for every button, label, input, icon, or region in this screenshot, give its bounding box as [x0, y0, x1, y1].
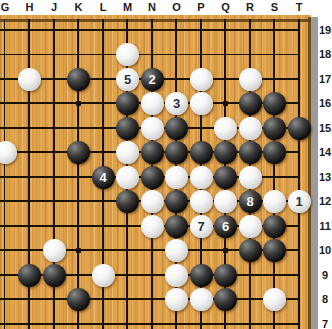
black-stone-S10 — [263, 239, 286, 262]
black-stone-R10 — [239, 239, 262, 262]
black-stone-O12 — [165, 190, 188, 213]
black-stone-Q11-move-6: 6 — [214, 215, 237, 238]
white-stone-P17 — [190, 68, 213, 91]
black-stone-M16 — [116, 92, 139, 115]
white-stone-O13 — [165, 166, 188, 189]
white-stone-Q15 — [214, 117, 237, 140]
row-label-16: 16 — [318, 97, 332, 110]
black-stone-N17-move-2: 2 — [141, 68, 164, 91]
black-stone-Q8 — [214, 288, 237, 311]
black-stone-K17 — [67, 68, 90, 91]
column-label-L: L — [93, 1, 113, 14]
white-stone-O10 — [165, 239, 188, 262]
white-stone-R11 — [239, 215, 262, 238]
white-stone-P8 — [190, 288, 213, 311]
row-label-14: 14 — [318, 146, 332, 159]
black-stone-Q14 — [214, 141, 237, 164]
white-stone-P12 — [190, 190, 213, 213]
white-stone-Q12 — [214, 190, 237, 213]
white-stone-O8 — [165, 288, 188, 311]
column-label-K: K — [69, 1, 89, 14]
column-label-R: R — [240, 1, 260, 14]
column-label-J: J — [44, 1, 64, 14]
white-stone-N12 — [141, 190, 164, 213]
move-number-6: 6 — [222, 215, 229, 238]
black-stone-P14 — [190, 141, 213, 164]
black-stone-O14 — [165, 141, 188, 164]
go-diagram: GHJKLMNOPQRST 19181716151413121110987 52… — [0, 0, 332, 329]
row-label-8: 8 — [318, 293, 332, 306]
column-label-N: N — [142, 1, 162, 14]
column-label-S: S — [265, 1, 285, 14]
move-number-3: 3 — [173, 92, 180, 115]
move-number-4: 4 — [99, 166, 106, 189]
white-stone-T12-move-1: 1 — [288, 190, 311, 213]
black-stone-J9 — [43, 264, 66, 287]
black-stone-K8 — [67, 288, 90, 311]
white-stone-P11-move-7: 7 — [190, 215, 213, 238]
white-stone-M18 — [116, 43, 139, 66]
black-stone-L13-move-4: 4 — [92, 166, 115, 189]
move-number-7: 7 — [197, 215, 204, 238]
black-stone-S11 — [263, 215, 286, 238]
white-stone-O16-move-3: 3 — [165, 92, 188, 115]
white-stone-J10 — [43, 239, 66, 262]
white-stone-P13 — [190, 166, 213, 189]
row-label-11: 11 — [318, 220, 332, 233]
black-stone-R12-move-8: 8 — [239, 190, 262, 213]
row-label-19: 19 — [318, 24, 332, 37]
white-stone-R13 — [239, 166, 262, 189]
black-stone-Q9 — [214, 264, 237, 287]
white-stone-P16 — [190, 92, 213, 115]
white-stone-S12 — [263, 190, 286, 213]
white-stone-M14 — [116, 141, 139, 164]
black-stone-M12 — [116, 190, 139, 213]
black-stone-T15 — [288, 117, 311, 140]
black-stone-K14 — [67, 141, 90, 164]
white-stone-H17 — [18, 68, 41, 91]
row-label-17: 17 — [318, 73, 332, 86]
row-label-18: 18 — [318, 48, 332, 61]
row-label-12: 12 — [318, 195, 332, 208]
board-edge-shadow — [311, 17, 318, 329]
black-stone-N14 — [141, 141, 164, 164]
column-label-G: G — [0, 1, 15, 14]
white-stone-S8 — [263, 288, 286, 311]
white-stone-L9 — [92, 264, 115, 287]
black-stone-Q13 — [214, 166, 237, 189]
move-number-2: 2 — [148, 68, 155, 91]
column-label-P: P — [191, 1, 211, 14]
black-stone-S15 — [263, 117, 286, 140]
white-stone-M17-move-5: 5 — [116, 68, 139, 91]
black-stone-S14 — [263, 141, 286, 164]
white-stone-N11 — [141, 215, 164, 238]
move-number-5: 5 — [124, 68, 131, 91]
row-label-7: 7 — [318, 318, 332, 329]
white-stone-O9 — [165, 264, 188, 287]
column-label-H: H — [20, 1, 40, 14]
black-stone-O15 — [165, 117, 188, 140]
column-label-T: T — [289, 1, 309, 14]
black-stone-S16 — [263, 92, 286, 115]
move-number-1: 1 — [295, 190, 302, 213]
row-label-15: 15 — [318, 122, 332, 135]
white-stone-M13 — [116, 166, 139, 189]
black-stone-N13 — [141, 166, 164, 189]
move-number-8: 8 — [246, 190, 253, 213]
black-stone-O11 — [165, 215, 188, 238]
white-stone-R15 — [239, 117, 262, 140]
row-label-10: 10 — [318, 244, 332, 257]
column-label-Q: Q — [216, 1, 236, 14]
row-label-13: 13 — [318, 171, 332, 184]
black-stone-M15 — [116, 117, 139, 140]
white-stone-R17 — [239, 68, 262, 91]
white-stone-N16 — [141, 92, 164, 115]
column-label-M: M — [118, 1, 138, 14]
black-stone-R14 — [239, 141, 262, 164]
black-stone-R16 — [239, 92, 262, 115]
row-label-9: 9 — [318, 269, 332, 282]
black-stone-H9 — [18, 264, 41, 287]
column-label-O: O — [167, 1, 187, 14]
white-stone-N15 — [141, 117, 164, 140]
black-stone-P9 — [190, 264, 213, 287]
